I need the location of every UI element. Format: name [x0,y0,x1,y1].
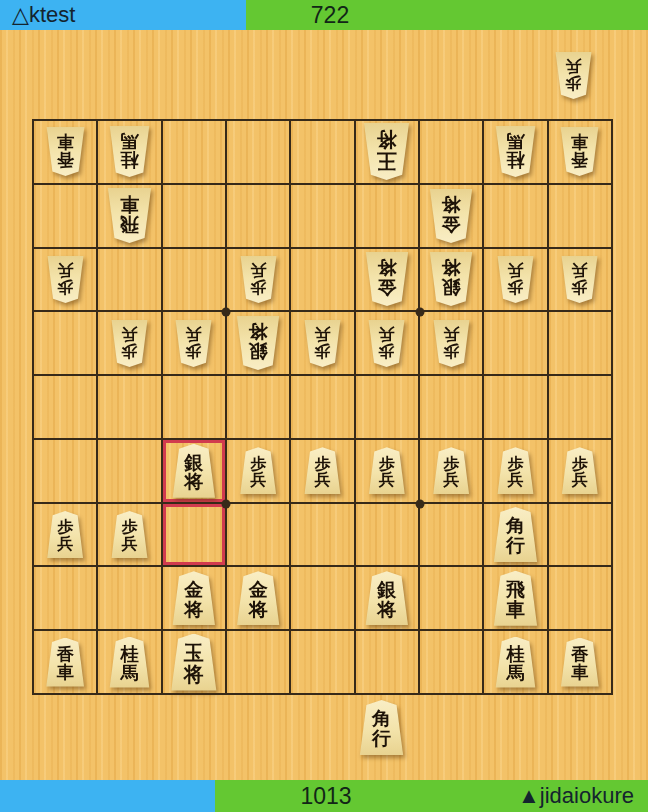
piece-kanji: 歩 [121,342,137,359]
piece-tile: 金将 [171,571,217,625]
shogi-piece-歩兵-gote[interactable]: 歩兵 [367,320,406,367]
piece-kanji: 金 [184,580,203,600]
board-cell-r5-c5[interactable] [291,376,353,438]
board-cell-r2-c7[interactable]: 金将 [420,185,482,247]
shogi-piece-歩兵-gote[interactable]: 歩兵 [496,256,535,303]
shogi-piece-飛車-gote[interactable]: 飛車 [106,188,153,243]
board-cell-r8-c9[interactable] [549,567,611,629]
board-cell-r1-c6[interactable]: 王将 [356,121,418,183]
shogi-piece-歩兵-gote[interactable]: 歩兵 [239,256,278,303]
piece-tile: 歩兵 [46,256,85,303]
shogi-piece-歩兵-sente[interactable]: 歩兵 [239,447,278,494]
piece-tile: 金将 [428,189,474,243]
board-cell-r3-c9[interactable]: 歩兵 [549,249,611,311]
player-clock: 1013 [215,780,437,812]
board-cell-r1-c9[interactable]: 香車 [549,121,611,183]
piece-tile: 歩兵 [367,320,406,367]
piece-tile: 歩兵 [303,447,342,494]
board-cell-r6-c6[interactable]: 歩兵 [356,440,418,502]
shogi-piece-王将-gote[interactable]: 王将 [362,123,411,180]
hoshi-dot [416,500,425,509]
board-cell-r9-c6[interactable] [356,631,418,693]
board-cell-r7-c3[interactable] [163,504,225,566]
board-cell-r6-c8[interactable]: 歩兵 [484,440,546,502]
piece-kanji: 桂 [506,645,524,664]
board-cell-r5-c3[interactable] [163,376,225,438]
board-cell-r3-c8[interactable]: 歩兵 [484,249,546,311]
piece-tile: 歩兵 [303,320,342,367]
piece-tile: 香車 [559,638,600,687]
piece-kanji: 兵 [443,472,459,489]
shogi-piece-銀将-gote[interactable]: 銀将 [235,316,281,370]
board-cell-r3-c1[interactable]: 歩兵 [34,249,96,311]
piece-tile: 歩兵 [110,320,149,367]
piece-tile: 歩兵 [554,52,593,99]
shogi-piece-歩兵-gote[interactable]: 歩兵 [174,320,213,367]
board-cell-r1-c2[interactable]: 桂馬 [98,121,160,183]
piece-kanji: 将 [184,664,204,685]
piece-tile: 香車 [45,127,86,176]
board-cell-r6-c7[interactable]: 歩兵 [420,440,482,502]
piece-kanji: 兵 [121,325,137,342]
piece-kanji: 香 [57,646,74,664]
board-cell-r1-c3[interactable] [163,121,225,183]
piece-kanji: 桂 [506,150,524,169]
shogi-piece-角行-sente[interactable]: 角行 [492,507,539,562]
board-cell-r9-c3[interactable]: 玉将 [163,631,225,693]
piece-kanji: 兵 [507,261,523,278]
piece-tile: 桂馬 [494,637,537,688]
piece-kanji: 桂 [120,645,138,664]
shogi-piece-金将-gote[interactable]: 金将 [364,252,410,306]
piece-tile: 桂馬 [108,126,151,177]
piece-kanji: 飛 [120,214,139,234]
shogi-piece-歩兵-sente[interactable]: 歩兵 [496,447,535,494]
piece-kanji: 将 [442,258,461,278]
piece-tile: 歩兵 [560,256,599,303]
board-cell-r1-c7[interactable] [420,121,482,183]
piece-kanji: 車 [571,664,588,682]
piece-kanji: 将 [249,322,268,342]
piece-tile: 歩兵 [496,447,535,494]
board-cell-r8-c8[interactable]: 飛車 [484,567,546,629]
shogi-piece-桂馬-gote[interactable]: 桂馬 [494,126,537,177]
piece-kanji: 玉 [184,643,204,664]
piece-kanji: 行 [506,536,525,556]
shogi-piece-歩兵-gote[interactable]: 歩兵 [554,52,593,99]
board-cell-r5-c6[interactable] [356,376,418,438]
board-cell-r7-c9[interactable] [549,504,611,566]
piece-kanji: 将 [442,194,461,214]
piece-tile: 銀将 [364,571,410,625]
piece-kanji: 兵 [379,472,395,489]
piece-kanji: 歩 [566,74,582,91]
board-cell-r1-c1[interactable]: 香車 [34,121,96,183]
piece-kanji: 兵 [572,472,588,489]
piece-kanji: 車 [57,133,74,151]
piece-kanji: 兵 [314,472,330,489]
board-cell-r3-c6[interactable]: 金将 [356,249,418,311]
piece-kanji: 香 [571,646,588,664]
piece-tile: 香車 [45,638,86,687]
board-cell-r9-c8[interactable]: 桂馬 [484,631,546,693]
board-cell-r5-c4[interactable] [227,376,289,438]
hoshi-dot [416,308,425,317]
board-cell-r3-c7[interactable]: 銀将 [420,249,482,311]
board-cell-r4-c1[interactable] [34,312,96,374]
shogi-piece-歩兵-sente[interactable]: 歩兵 [46,511,85,558]
piece-tile: 歩兵 [110,511,149,558]
board-cell-r9-c1[interactable]: 香車 [34,631,96,693]
board-cell-r6-c2[interactable] [98,440,160,502]
shogi-piece-歩兵-sente[interactable]: 歩兵 [560,447,599,494]
piece-kanji: 香 [57,150,74,168]
board-cell-r1-c5[interactable] [291,121,353,183]
shogi-piece-香車-sente[interactable]: 香車 [45,638,86,687]
board-cell-r9-c2[interactable]: 桂馬 [98,631,160,693]
shogi-piece-金将-sente[interactable]: 金将 [235,571,281,625]
board-cell-r4-c7[interactable]: 歩兵 [420,312,482,374]
board-cell-r2-c9[interactable] [549,185,611,247]
shogi-piece-飛車-sente[interactable]: 飛車 [492,571,539,626]
hoshi-dot [222,500,231,509]
piece-kanji: 歩 [314,342,330,359]
opponent-clock-block: 722 [246,0,648,30]
shogi-board[interactable]: 香車桂馬王将桂馬香車飛車金将歩兵歩兵金将銀将歩兵歩兵歩兵歩兵銀将歩兵歩兵歩兵銀将… [32,119,613,695]
shogi-piece-桂馬-sente[interactable]: 桂馬 [108,637,151,688]
player-clock-block: 1013 ▲jidaiokure [215,780,648,812]
piece-tile: 歩兵 [432,447,471,494]
piece-tile: 金将 [364,252,410,306]
shogi-piece-銀将-gote[interactable]: 銀将 [428,252,474,306]
board-cell-r5-c8[interactable] [484,376,546,438]
shogi-piece-歩兵-sente[interactable]: 歩兵 [432,447,471,494]
board-cell-r2-c1[interactable] [34,185,96,247]
piece-tile: 金将 [235,571,281,625]
board-cell-r2-c5[interactable] [291,185,353,247]
piece-kanji: 兵 [121,536,137,553]
piece-tile: 歩兵 [432,320,471,367]
piece-kanji: 金 [377,278,396,298]
shogi-piece-歩兵-gote[interactable]: 歩兵 [46,256,85,303]
shogi-piece-歩兵-sente[interactable]: 歩兵 [303,447,342,494]
board-cell-r8-c4[interactable]: 金将 [227,567,289,629]
piece-kanji: 将 [184,600,203,620]
piece-kanji: 兵 [443,325,459,342]
piece-tile: 王将 [362,123,411,180]
piece-kanji: 兵 [57,261,73,278]
board-cell-r6-c9[interactable]: 歩兵 [549,440,611,502]
piece-kanji: 車 [571,133,588,151]
board-cell-r6-c4[interactable]: 歩兵 [227,440,289,502]
board-cell-r2-c6[interactable] [356,185,418,247]
opponent-bar: △ktest 722 [0,0,648,30]
piece-kanji: 馬 [506,132,524,151]
hoshi-dot [222,308,231,317]
piece-kanji: 銀 [249,342,268,362]
piece-tile: 歩兵 [367,447,406,494]
piece-tile: 歩兵 [174,320,213,367]
board-cell-r6-c5[interactable]: 歩兵 [291,440,353,502]
piece-tile: 銀将 [171,444,217,498]
piece-tile: 飛車 [106,188,153,243]
piece-tile: 歩兵 [239,256,278,303]
board-cell-r3-c3[interactable] [163,249,225,311]
board-cell-r8-c7[interactable] [420,567,482,629]
player-bar: 1013 ▲jidaiokure [0,780,648,812]
piece-kanji: 兵 [572,261,588,278]
piece-tile: 歩兵 [560,447,599,494]
board-cell-r7-c2[interactable]: 歩兵 [98,504,160,566]
board-cell-r2-c2[interactable]: 飛車 [98,185,160,247]
board-cell-r8-c3[interactable]: 金将 [163,567,225,629]
shogi-piece-桂馬-sente[interactable]: 桂馬 [494,637,537,688]
piece-tile: 桂馬 [108,637,151,688]
board-cell-r5-c9[interactable] [549,376,611,438]
piece-tile: 角行 [358,700,405,755]
shogi-piece-香車-sente[interactable]: 香車 [559,638,600,687]
piece-kanji: 将 [377,130,397,151]
board-cell-r7-c8[interactable]: 角行 [484,504,546,566]
shogi-piece-歩兵-gote[interactable]: 歩兵 [560,256,599,303]
piece-tile: 飛車 [492,571,539,626]
piece-kanji: 歩 [572,278,588,295]
piece-kanji: 将 [184,472,203,492]
board-cell-r9-c7[interactable] [420,631,482,693]
board-cell-r4-c6[interactable]: 歩兵 [356,312,418,374]
piece-kanji: 王 [377,150,397,171]
board-cell-r4-c2[interactable]: 歩兵 [98,312,160,374]
shogi-piece-玉将-sente[interactable]: 玉将 [169,634,218,691]
board-cell-r7-c7[interactable] [420,504,482,566]
piece-tile: 歩兵 [239,447,278,494]
shogi-piece-桂馬-gote[interactable]: 桂馬 [108,126,151,177]
shogi-piece-香車-gote[interactable]: 香車 [45,127,86,176]
shogi-piece-香車-gote[interactable]: 香車 [559,127,600,176]
piece-kanji: 歩 [186,342,202,359]
board-cell-r4-c4[interactable]: 銀将 [227,312,289,374]
piece-kanji: 歩 [57,278,73,295]
piece-tile: 玉将 [169,634,218,691]
board-cell-r2-c4[interactable] [227,185,289,247]
piece-kanji: 馬 [506,664,524,683]
piece-kanji: 兵 [507,472,523,489]
shogi-piece-歩兵-gote[interactable]: 歩兵 [432,320,471,367]
board-cell-r3-c5[interactable] [291,249,353,311]
board-cell-r7-c4[interactable] [227,504,289,566]
piece-kanji: 兵 [250,261,266,278]
board-cell-r8-c2[interactable] [98,567,160,629]
shogi-piece-歩兵-sente[interactable]: 歩兵 [110,511,149,558]
piece-kanji: 兵 [250,472,266,489]
board-cell-r8-c1[interactable] [34,567,96,629]
piece-kanji: 金 [249,580,268,600]
shogi-piece-角行-sente[interactable]: 角行 [358,700,405,755]
board-cell-r9-c9[interactable]: 香車 [549,631,611,693]
piece-kanji: 将 [377,258,396,278]
board-cell-r8-c6[interactable]: 銀将 [356,567,418,629]
board-cell-r3-c2[interactable] [98,249,160,311]
piece-kanji: 兵 [379,325,395,342]
opponent-name: △ktest [12,2,75,28]
board-cell-r6-c1[interactable] [34,440,96,502]
piece-tile: 歩兵 [46,511,85,558]
board-cell-r4-c8[interactable] [484,312,546,374]
piece-kanji: 兵 [314,325,330,342]
piece-kanji: 車 [57,664,74,682]
shogi-piece-歩兵-gote[interactable]: 歩兵 [303,320,342,367]
shogi-piece-金将-gote[interactable]: 金将 [428,189,474,243]
piece-kanji: 歩 [507,278,523,295]
piece-kanji: 将 [377,600,396,620]
board-cell-r4-c5[interactable]: 歩兵 [291,312,353,374]
piece-kanji: 行 [372,729,391,749]
board-cell-r2-c3[interactable] [163,185,225,247]
board-cell-r5-c1[interactable] [34,376,96,438]
shogi-piece-金将-sente[interactable]: 金将 [171,571,217,625]
piece-tile: 香車 [559,127,600,176]
shogi-piece-銀将-sente[interactable]: 銀将 [171,444,217,498]
sente-hand-area: 角行 [358,700,405,755]
board-cell-r8-c5[interactable] [291,567,353,629]
piece-kanji: 車 [120,194,139,214]
board-cell-r6-c3[interactable]: 銀将 [163,440,225,502]
board-cell-r1-c8[interactable]: 桂馬 [484,121,546,183]
piece-kanji: 車 [506,600,525,620]
board-cell-r9-c4[interactable] [227,631,289,693]
board-cell-r5-c2[interactable] [98,376,160,438]
piece-kanji: 香 [571,150,588,168]
piece-kanji: 兵 [186,325,202,342]
board-cell-r3-c4[interactable]: 歩兵 [227,249,289,311]
piece-kanji: 兵 [57,536,73,553]
piece-kanji: 歩 [379,342,395,359]
shogi-piece-銀将-sente[interactable]: 銀将 [364,571,410,625]
piece-kanji: 馬 [120,664,138,683]
board-cell-r4-c3[interactable]: 歩兵 [163,312,225,374]
piece-kanji: 馬 [120,132,138,151]
board-cell-r1-c4[interactable] [227,121,289,183]
piece-tile: 角行 [492,507,539,562]
piece-tile: 桂馬 [494,126,537,177]
piece-kanji: 銀 [442,278,461,298]
player-name-block [0,780,215,812]
shogi-piece-歩兵-gote[interactable]: 歩兵 [110,320,149,367]
board-cell-r7-c5[interactable] [291,504,353,566]
piece-kanji: 金 [442,214,461,234]
piece-kanji: 桂 [120,150,138,169]
piece-tile: 銀将 [428,252,474,306]
shogi-piece-歩兵-sente[interactable]: 歩兵 [367,447,406,494]
piece-kanji: 歩 [250,278,266,295]
piece-kanji: 歩 [443,342,459,359]
piece-kanji: 兵 [566,57,582,74]
board-cell-r2-c8[interactable] [484,185,546,247]
piece-tile: 歩兵 [496,256,535,303]
board-cell-r5-c7[interactable] [420,376,482,438]
opponent-clock: 722 [246,0,414,30]
piece-kanji: 飛 [506,580,525,600]
piece-tile: 銀将 [235,316,281,370]
piece-kanji: 銀 [377,580,396,600]
player-name: ▲jidaiokure [518,780,634,812]
gote-hand-area: 歩兵 [554,52,593,99]
board-cell-r7-c1[interactable]: 歩兵 [34,504,96,566]
piece-kanji: 将 [249,600,268,620]
board-cell-r9-c5[interactable] [291,631,353,693]
board-cell-r7-c6[interactable] [356,504,418,566]
board-cell-r4-c9[interactable] [549,312,611,374]
opponent-name-block: △ktest [0,0,246,30]
